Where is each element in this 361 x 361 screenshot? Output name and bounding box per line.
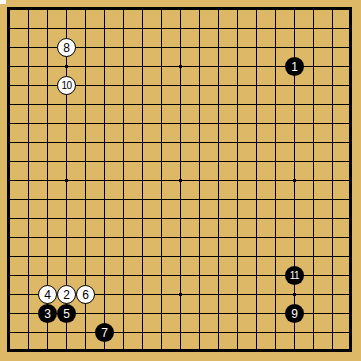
star-point-K10 <box>171 171 190 190</box>
intersection-D17: 8 <box>57 38 76 57</box>
star-point-dot <box>293 179 296 182</box>
star-point-K16 <box>171 57 190 76</box>
star-point-dot <box>65 65 68 68</box>
star-point-dot <box>293 293 296 296</box>
star-point-D16 <box>57 57 76 76</box>
stone-black-11: 11 <box>285 266 304 285</box>
stone-white-2: 2 <box>57 285 76 304</box>
intersection-C3: 3 <box>38 304 57 323</box>
star-point-dot <box>65 179 68 182</box>
star-point-dot <box>179 293 182 296</box>
stone-white-10: 10 <box>57 76 76 95</box>
star-point-dot <box>179 65 182 68</box>
stone-black-7: 7 <box>95 323 114 342</box>
intersection-D4: 2 <box>57 285 76 304</box>
intersection-Q5: 11 <box>285 266 304 285</box>
stone-black-9: 9 <box>285 304 304 323</box>
stone-black-1: 1 <box>285 57 304 76</box>
star-point-Q4 <box>285 285 304 304</box>
stone-black-5: 5 <box>57 304 76 323</box>
intersection-F2: 7 <box>95 323 114 342</box>
intersection-Q16: 1 <box>285 57 304 76</box>
star-point-K4 <box>171 285 190 304</box>
stone-white-6: 6 <box>76 285 95 304</box>
intersection-C4: 4 <box>38 285 57 304</box>
intersection-E4: 6 <box>76 285 95 304</box>
intersection-Q3: 9 <box>285 304 304 323</box>
corner-artifact <box>0 0 6 4</box>
intersection-D15: 10 <box>57 76 76 95</box>
stone-white-4: 4 <box>38 285 57 304</box>
stone-white-8: 8 <box>57 38 76 57</box>
star-point-Q10 <box>285 171 304 190</box>
star-point-D10 <box>57 171 76 190</box>
go-board: 1234567891011 <box>0 0 361 361</box>
star-point-dot <box>179 179 182 182</box>
stone-black-3: 3 <box>38 304 57 323</box>
intersection-D3: 5 <box>57 304 76 323</box>
